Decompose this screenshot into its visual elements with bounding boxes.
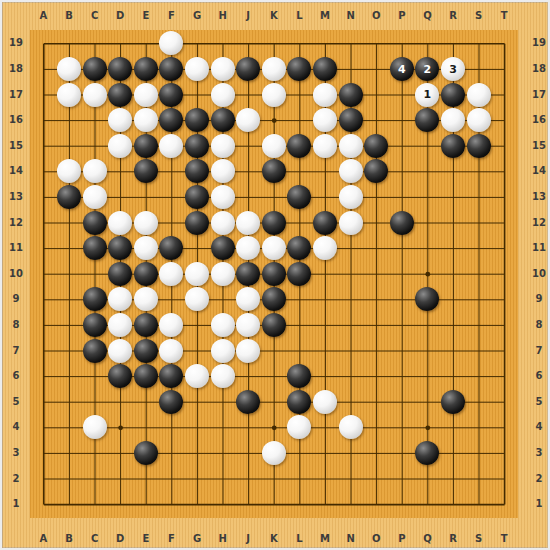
- black-stone-P12: [390, 211, 414, 235]
- row-label-left-2: 2: [13, 474, 20, 484]
- black-stone-D10: [108, 262, 132, 286]
- row-label-left-11: 11: [9, 243, 23, 253]
- white-stone-M15: [313, 134, 337, 158]
- black-stone-H11: [211, 236, 235, 260]
- row-label-left-18: 18: [9, 64, 23, 74]
- star-point-K16: [271, 118, 276, 123]
- white-stone-S17: [467, 83, 491, 107]
- move-number-3: 3: [449, 64, 457, 75]
- white-stone-E16: [134, 108, 158, 132]
- white-stone-K11: [262, 236, 286, 260]
- white-stone-N14: [339, 159, 363, 183]
- move-number-2: 2: [424, 64, 432, 75]
- black-stone-C12: [83, 211, 107, 235]
- row-label-right-4: 4: [536, 422, 543, 432]
- row-label-left-9: 9: [13, 294, 20, 304]
- white-stone-J12: [236, 211, 260, 235]
- white-stone-K17: [262, 83, 286, 107]
- col-label-bottom-T: T: [501, 534, 508, 544]
- black-stone-C11: [83, 236, 107, 260]
- col-label-bottom-O: O: [372, 534, 381, 544]
- black-stone-C8: [83, 313, 107, 337]
- row-label-left-10: 10: [9, 269, 23, 279]
- col-label-bottom-R: R: [449, 534, 457, 544]
- white-stone-N13: [339, 185, 363, 209]
- col-label-top-L: L: [296, 11, 302, 21]
- white-stone-M11: [313, 236, 337, 260]
- col-label-bottom-P: P: [398, 534, 405, 544]
- col-label-bottom-J: J: [246, 534, 250, 544]
- row-label-right-2: 2: [536, 474, 543, 484]
- white-stone-S16: [467, 108, 491, 132]
- col-label-bottom-Q: Q: [423, 534, 432, 544]
- col-label-top-H: H: [218, 11, 226, 21]
- black-stone-D18: [108, 57, 132, 81]
- row-label-right-8: 8: [536, 320, 543, 330]
- white-stone-D12: [108, 211, 132, 235]
- row-label-right-10: 10: [532, 269, 546, 279]
- black-stone-G13: [185, 185, 209, 209]
- col-label-top-N: N: [346, 11, 354, 21]
- black-stone-R15: [441, 134, 465, 158]
- row-label-left-3: 3: [13, 448, 20, 458]
- star-point-K4: [271, 425, 276, 430]
- row-label-left-8: 8: [13, 320, 20, 330]
- black-stone-N16: [339, 108, 363, 132]
- white-stone-E12: [134, 211, 158, 235]
- white-stone-H14: [211, 159, 235, 183]
- white-stone-R16: [441, 108, 465, 132]
- black-stone-J10: [236, 262, 260, 286]
- col-label-top-A: A: [40, 11, 48, 21]
- row-label-left-17: 17: [9, 90, 23, 100]
- white-stone-H15: [211, 134, 235, 158]
- white-stone-D7: [108, 339, 132, 363]
- row-label-right-3: 3: [536, 448, 543, 458]
- col-label-bottom-G: G: [193, 534, 201, 544]
- black-stone-C9: [83, 287, 107, 311]
- move-number-1: 1: [424, 89, 432, 100]
- col-label-top-E: E: [142, 11, 149, 21]
- black-stone-E8: [134, 313, 158, 337]
- star-point-Q10: [425, 271, 430, 276]
- col-label-top-C: C: [91, 11, 98, 21]
- black-stone-G15: [185, 134, 209, 158]
- black-stone-F17: [159, 83, 183, 107]
- row-label-right-14: 14: [532, 166, 546, 176]
- col-label-top-Q: Q: [423, 11, 432, 21]
- col-label-bottom-C: C: [91, 534, 98, 544]
- row-label-left-12: 12: [9, 218, 23, 228]
- white-stone-J8: [236, 313, 260, 337]
- white-stone-K15: [262, 134, 286, 158]
- row-label-right-18: 18: [532, 64, 546, 74]
- row-label-right-6: 6: [536, 371, 543, 381]
- white-stone-K3: [262, 441, 286, 465]
- row-label-right-9: 9: [536, 294, 543, 304]
- move-number-4: 4: [398, 64, 406, 75]
- white-stone-G10: [185, 262, 209, 286]
- row-label-left-7: 7: [13, 346, 20, 356]
- black-stone-K12: [262, 211, 286, 235]
- row-label-right-15: 15: [532, 141, 546, 151]
- col-label-top-G: G: [193, 11, 201, 21]
- black-stone-E7: [134, 339, 158, 363]
- black-stone-B13: [57, 185, 81, 209]
- white-stone-H13: [211, 185, 235, 209]
- row-label-right-17: 17: [532, 90, 546, 100]
- black-stone-G16: [185, 108, 209, 132]
- col-label-bottom-F: F: [168, 534, 175, 544]
- col-label-top-J: J: [246, 11, 250, 21]
- black-stone-C7: [83, 339, 107, 363]
- white-stone-M5: [313, 390, 337, 414]
- white-stone-H6: [211, 364, 235, 388]
- col-label-top-F: F: [168, 11, 175, 21]
- white-stone-H10: [211, 262, 235, 286]
- black-stone-E10: [134, 262, 158, 286]
- col-label-top-D: D: [116, 11, 124, 21]
- row-label-left-5: 5: [13, 397, 20, 407]
- black-stone-M18: [313, 57, 337, 81]
- star-point-D4: [118, 425, 123, 430]
- white-stone-R18: 3: [441, 57, 465, 81]
- white-stone-D15: [108, 134, 132, 158]
- black-stone-N17: [339, 83, 363, 107]
- row-label-left-1: 1: [13, 499, 20, 509]
- white-stone-E11: [134, 236, 158, 260]
- white-stone-G6: [185, 364, 209, 388]
- black-stone-C18: [83, 57, 107, 81]
- black-stone-J18: [236, 57, 260, 81]
- black-stone-E15: [134, 134, 158, 158]
- black-stone-K10: [262, 262, 286, 286]
- black-stone-E6: [134, 364, 158, 388]
- row-label-right-11: 11: [532, 243, 546, 253]
- white-stone-Q17: 1: [415, 83, 439, 107]
- col-label-bottom-S: S: [475, 534, 482, 544]
- row-label-left-19: 19: [9, 38, 23, 48]
- black-stone-M12: [313, 211, 337, 235]
- col-label-bottom-D: D: [116, 534, 124, 544]
- black-stone-D17: [108, 83, 132, 107]
- white-stone-C14: [83, 159, 107, 183]
- black-stone-K8: [262, 313, 286, 337]
- col-label-bottom-B: B: [65, 534, 73, 544]
- col-label-top-S: S: [475, 11, 482, 21]
- black-stone-E18: [134, 57, 158, 81]
- col-label-bottom-N: N: [346, 534, 354, 544]
- black-stone-S15: [467, 134, 491, 158]
- row-label-left-13: 13: [9, 192, 23, 202]
- white-stone-H18: [211, 57, 235, 81]
- row-label-left-16: 16: [9, 115, 23, 125]
- col-label-bottom-L: L: [296, 534, 302, 544]
- row-label-right-13: 13: [532, 192, 546, 202]
- white-stone-G18: [185, 57, 209, 81]
- row-label-left-4: 4: [13, 422, 20, 432]
- col-label-top-K: K: [270, 11, 278, 21]
- row-label-right-7: 7: [536, 346, 543, 356]
- white-stone-D8: [108, 313, 132, 337]
- white-stone-N12: [339, 211, 363, 235]
- white-stone-H12: [211, 211, 235, 235]
- white-stone-F7: [159, 339, 183, 363]
- white-stone-N15: [339, 134, 363, 158]
- black-stone-H16: [211, 108, 235, 132]
- black-stone-R5: [441, 390, 465, 414]
- row-label-right-16: 16: [532, 115, 546, 125]
- col-label-top-M: M: [320, 11, 330, 21]
- black-stone-E3: [134, 441, 158, 465]
- white-stone-M16: [313, 108, 337, 132]
- white-stone-H7: [211, 339, 235, 363]
- white-stone-H8: [211, 313, 235, 337]
- col-label-bottom-E: E: [142, 534, 149, 544]
- col-label-top-P: P: [398, 11, 405, 21]
- white-stone-B17: [57, 83, 81, 107]
- col-label-bottom-M: M: [320, 534, 330, 544]
- col-label-bottom-A: A: [40, 534, 48, 544]
- black-stone-O15: [364, 134, 388, 158]
- white-stone-C4: [83, 415, 107, 439]
- white-stone-N4: [339, 415, 363, 439]
- black-stone-G12: [185, 211, 209, 235]
- col-label-top-R: R: [449, 11, 457, 21]
- black-stone-J5: [236, 390, 260, 414]
- row-label-right-19: 19: [532, 38, 546, 48]
- black-stone-R17: [441, 83, 465, 107]
- col-label-bottom-H: H: [218, 534, 226, 544]
- white-stone-H17: [211, 83, 235, 107]
- goban-widget: AABBCCDDEEFFGGHHJJKKLLMMNNOOPPQQRRSSTT19…: [0, 0, 550, 550]
- white-stone-K18: [262, 57, 286, 81]
- col-label-bottom-K: K: [270, 534, 278, 544]
- row-label-left-14: 14: [9, 166, 23, 176]
- white-stone-M17: [313, 83, 337, 107]
- row-label-left-6: 6: [13, 371, 20, 381]
- row-label-right-5: 5: [536, 397, 543, 407]
- black-stone-P18: 4: [390, 57, 414, 81]
- row-label-right-12: 12: [532, 218, 546, 228]
- white-stone-C17: [83, 83, 107, 107]
- star-point-Q4: [425, 425, 430, 430]
- white-stone-E17: [134, 83, 158, 107]
- white-stone-C13: [83, 185, 107, 209]
- col-label-top-T: T: [501, 11, 508, 21]
- white-stone-B18: [57, 57, 81, 81]
- col-label-top-B: B: [65, 11, 73, 21]
- col-label-top-O: O: [372, 11, 381, 21]
- row-label-right-1: 1: [536, 499, 543, 509]
- row-label-left-15: 15: [9, 141, 23, 151]
- white-stone-J7: [236, 339, 260, 363]
